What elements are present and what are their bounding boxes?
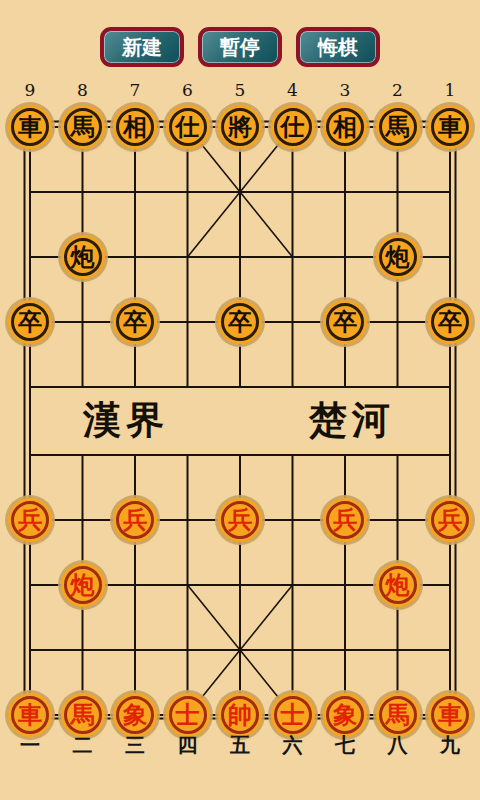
piece-red-advisor[interactable]: 士	[274, 696, 312, 734]
piece-red-soldier[interactable]: 兵	[326, 501, 364, 539]
undo-button[interactable]: 悔棋	[296, 27, 380, 67]
piece-black-general[interactable]: 將	[221, 108, 259, 146]
piece-black-chariot[interactable]: 車	[11, 108, 49, 146]
file-label: 九	[424, 732, 477, 759]
piece-black-horse[interactable]: 馬	[64, 108, 102, 146]
piece-black-soldier[interactable]: 卒	[116, 303, 154, 341]
river-label-left: 漢界	[83, 395, 169, 446]
piece-red-chariot[interactable]: 車	[11, 696, 49, 734]
piece-red-elephant[interactable]: 象	[116, 696, 154, 734]
piece-black-elephant[interactable]: 相	[116, 108, 154, 146]
bottom-file-labels: 一二三四五六七八九	[4, 732, 477, 759]
file-label: 五	[214, 732, 267, 759]
piece-black-soldier[interactable]: 卒	[431, 303, 469, 341]
file-label: 六	[266, 732, 319, 759]
toolbar: 新建 暫停 悔棋	[0, 27, 480, 67]
piece-red-horse[interactable]: 馬	[64, 696, 102, 734]
new-game-button[interactable]: 新建	[100, 27, 184, 67]
board[interactable]: 車馬相仕將仕相馬車炮炮卒卒卒卒卒兵兵兵兵兵炮炮車馬象士帥士象馬車	[4, 95, 477, 748]
piece-black-soldier[interactable]: 卒	[221, 303, 259, 341]
piece-red-soldier[interactable]: 兵	[221, 501, 259, 539]
piece-black-cannon[interactable]: 炮	[379, 238, 417, 276]
xiangqi-app: 987654321 車馬相仕將仕相馬車炮炮卒卒卒卒卒兵兵兵兵兵炮炮車馬象士帥士象…	[0, 0, 480, 800]
piece-black-chariot[interactable]: 車	[431, 108, 469, 146]
piece-red-soldier[interactable]: 兵	[11, 501, 49, 539]
piece-red-general[interactable]: 帥	[221, 696, 259, 734]
river-label-right: 楚河	[309, 395, 395, 446]
file-label: 一	[4, 732, 57, 759]
piece-black-horse[interactable]: 馬	[379, 108, 417, 146]
piece-red-cannon[interactable]: 炮	[379, 566, 417, 604]
piece-black-cannon[interactable]: 炮	[64, 238, 102, 276]
piece-black-advisor[interactable]: 仕	[169, 108, 207, 146]
piece-red-chariot[interactable]: 車	[431, 696, 469, 734]
file-label: 二	[56, 732, 109, 759]
piece-red-cannon[interactable]: 炮	[64, 566, 102, 604]
piece-black-soldier[interactable]: 卒	[11, 303, 49, 341]
piece-black-soldier[interactable]: 卒	[326, 303, 364, 341]
piece-red-soldier[interactable]: 兵	[116, 501, 154, 539]
piece-black-advisor[interactable]: 仕	[274, 108, 312, 146]
file-label: 三	[109, 732, 162, 759]
file-label: 八	[371, 732, 424, 759]
piece-red-soldier[interactable]: 兵	[431, 501, 469, 539]
file-label: 四	[161, 732, 214, 759]
pause-button[interactable]: 暫停	[198, 27, 282, 67]
piece-red-horse[interactable]: 馬	[379, 696, 417, 734]
piece-red-advisor[interactable]: 士	[169, 696, 207, 734]
piece-red-elephant[interactable]: 象	[326, 696, 364, 734]
piece-black-elephant[interactable]: 相	[326, 108, 364, 146]
file-label: 七	[319, 732, 372, 759]
